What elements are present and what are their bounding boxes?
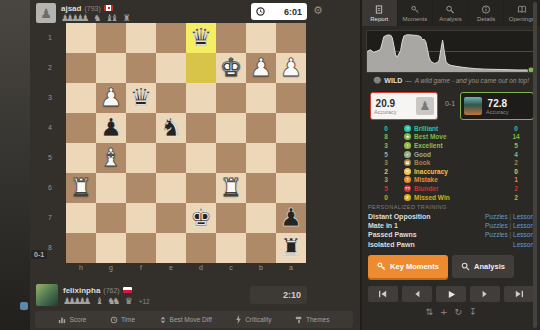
classification-label-group: ?!Inaccuracy [404,168,498,175]
lesson-link[interactable]: Lesson [513,213,534,220]
toolbar-criticality-label: Criticality [245,316,271,323]
tab-details-label: Details [477,16,495,22]
top-player-row: ajsad (793) [61,3,113,13]
tagline-label: WILD [384,77,402,84]
file-label-h: h [66,264,96,271]
black-count: 1 [498,176,534,183]
black-rook[interactable]: ♜ [280,233,302,263]
magnifier-icon [445,5,455,14]
square-a4[interactable] [276,113,306,143]
white-accuracy-value: 20.9 [374,98,397,109]
puzzles-link[interactable]: Puzzles [485,213,508,220]
captured-rook-group: ♜ [123,13,131,23]
square-a8[interactable]: ♜ [276,233,306,263]
captured-bishop-group: ♝ [95,296,103,306]
white-accuracy-avatar: ♟ [416,97,434,115]
lesson-link[interactable]: Lesson [513,241,534,248]
file-label-c: c [216,264,246,271]
game-tagline: ☻ WILD — A wild game - and you came out … [362,76,540,85]
square-d1[interactable]: ♛ [186,23,216,53]
captured-bishop-icon: ♝ [111,13,119,23]
training-item-links: Puzzles | Lesson [485,222,534,229]
magnifier-icon [461,262,470,271]
missed-win-icon: ✗ [404,194,411,201]
square-a6[interactable] [276,173,306,203]
training-item-label: Mate in 1 [368,222,398,229]
training-item-links: Puzzles | Lesson [485,231,534,238]
mistake-icon: ? [404,176,411,183]
black-count: 2 [498,159,534,166]
square-e7[interactable] [156,203,186,233]
white-count: 0 [368,194,404,201]
classification-row-good[interactable]: 5✓Good4 [368,150,534,159]
captured-queen-icon: ♛ [125,296,133,306]
square-h5[interactable] [66,143,96,173]
square-f4[interactable] [126,113,156,143]
classification-label: Blunder [414,185,439,192]
training-list: Distant OppositionPuzzles | LessonMate i… [368,212,534,249]
classification-row-mistake[interactable]: 3?Mistake1 [368,176,534,185]
classification-row-best-move[interactable]: 8★Best Move14 [368,133,534,142]
square-g4[interactable]: ♟ [96,113,126,143]
white-count: 3 [368,159,404,166]
updown-icon [159,316,167,324]
themes-icon [295,316,303,324]
square-d6[interactable] [186,173,216,203]
classification-label-group: ✓Good [404,151,498,158]
rank-label-2: 2 [30,53,58,83]
square-c2[interactable]: ♚ [216,53,246,83]
classification-row-blunder[interactable]: 5??Blunder2 [368,184,534,193]
captured-bishop-icon: ♝ [95,296,103,306]
classification-label: Best Move [414,133,447,140]
tab-analysis-label: Analysis [439,16,461,22]
white-bishop[interactable]: ♝ [100,143,122,173]
file-label-g: g [96,264,126,271]
square-e4[interactable]: ♞ [156,113,186,143]
tab-details[interactable]: Details [469,0,505,26]
black-count: 14 [498,133,534,140]
lesson-link[interactable]: Lesson [513,222,534,229]
white-count: 3 [368,142,404,149]
black-accuracy-label: Accuracy [486,109,509,115]
black-count: 0 [498,168,534,175]
skip-to-end-icon [514,290,524,298]
square-e6[interactable] [156,173,186,203]
square-a5[interactable] [276,143,306,173]
rank-label-5: 5 [30,143,58,173]
book-icon: ▤ [404,159,411,166]
book-icon [517,5,527,14]
square-c8[interactable] [216,233,246,263]
square-d7[interactable]: ♚ [186,203,216,233]
white-pawn[interactable]: ♟ [280,53,302,83]
analysis-button[interactable]: Analysis [452,255,514,278]
bottom-player-clock: 2:10 [250,286,307,304]
square-d3[interactable] [186,83,216,113]
square-h7[interactable] [66,203,96,233]
toolbar-score-label: Score [69,316,86,323]
white-count: 5 [368,151,404,158]
captured-pawn-icon: ♟ [81,13,89,23]
square-e1[interactable] [156,23,186,53]
avatar-bottom-player[interactable] [36,284,58,306]
square-g2[interactable] [96,53,126,83]
bottom-captured-pieces: ♟♟♟♟♟♝♞♞♛+12 [63,296,150,306]
training-item-label: Isolated Pawn [368,241,415,248]
square-c1[interactable] [216,23,246,53]
square-e8[interactable] [156,233,186,263]
white-count: 3 [368,176,404,183]
white-accuracy-label: Accuracy [374,109,397,115]
toolbar-score[interactable]: Score [58,316,86,324]
captured-knight-group: ♞♞ [107,296,120,306]
training-item-links: Puzzles | Lesson [485,213,534,220]
white-rook[interactable]: ♜ [220,173,242,203]
file-label-f: f [126,264,156,271]
clock-icon [256,7,265,16]
captured-pawn-group: ♟♟♟♟♟ [61,13,89,23]
classification-label-group: ??Blunder [404,185,498,192]
captured-knight-group: ♞ [93,13,101,23]
classification-label: Good [414,151,431,158]
tab-moments[interactable]: Moments [398,0,434,26]
rank-label-7: 7 [30,203,58,233]
square-c4[interactable] [216,113,246,143]
top-player-clock: 6:01 [251,3,307,20]
rank-label-8: 8 [30,233,58,263]
download-icon[interactable]: ↧ [469,306,477,318]
rank-label-1: 1 [30,23,58,53]
white-king[interactable]: ♚ [220,53,242,83]
classification-label: Book [414,159,430,166]
evaluation-graph[interactable] [366,30,536,73]
classification-label-group: ?Mistake [404,176,498,183]
black-knight[interactable]: ♞ [160,113,182,143]
toolbar-time-label: Time [121,316,135,323]
white-rook[interactable]: ♜ [70,173,92,203]
square-g7[interactable] [96,203,126,233]
inaccuracy-icon: ?! [404,168,411,175]
refresh-icon[interactable]: ↻ [455,306,463,318]
square-f2[interactable] [126,53,156,83]
move-navigation [368,286,534,302]
square-b2[interactable]: ♟ [246,53,276,83]
rank-label-6: 6 [30,173,58,203]
square-d5[interactable] [186,143,216,173]
play-icon [447,290,456,299]
top-player-name[interactable]: ajsad [61,4,81,13]
black-count: 2 [498,194,534,201]
skip-to-start-icon [378,290,388,298]
classification-row-brilliant[interactable]: 0!!Brilliant0 [368,124,534,133]
white-count: 8 [368,133,404,140]
white-count: 0 [368,125,404,132]
black-accuracy-value: 72.8 [486,98,509,109]
good-icon: ✓ [404,151,411,158]
previous-move-button[interactable] [402,286,432,302]
excellent-icon: ! [404,142,411,149]
toolbar-time[interactable]: Time [110,316,135,324]
file-label-d: d [186,264,216,271]
training-item: Isolated PawnLesson [368,240,534,249]
rank-label-4: 4 [30,113,58,143]
square-a2[interactable]: ♟ [276,53,306,83]
captured-pawn-group: ♟♟♟♟♟ [63,296,91,306]
classification-row-inaccuracy[interactable]: 2?!Inaccuracy0 [368,167,534,176]
tagline-separator: — [405,77,412,84]
tab-report[interactable]: Report [362,0,398,26]
black-king[interactable]: ♚ [190,203,212,233]
square-h3[interactable] [66,83,96,113]
square-b1[interactable] [246,23,276,53]
black-count: 2 [498,185,534,192]
square-g8[interactable] [96,233,126,263]
captured-knight-icon: ♞ [113,296,121,306]
add-icon[interactable]: + [440,306,448,318]
poland-flag-icon [123,287,132,293]
move-classification-table: 0!!Brilliant08★Best Move143!Excellent55✓… [368,124,534,201]
canada-flag-icon [104,5,113,11]
square-b6[interactable] [246,173,276,203]
brilliant-icon: !! [404,125,411,132]
black-count: 5 [498,142,534,149]
black-count: 0 [498,125,534,132]
square-d4[interactable] [186,113,216,143]
black-count: 4 [498,151,534,158]
classification-label-group: ★Best Move [404,133,498,140]
analysis-panel: Report Moments Analysis Details Openings… [360,0,540,330]
square-f6[interactable] [126,173,156,203]
top-clock-time: 6:01 [265,7,302,17]
square-f1[interactable] [126,23,156,53]
training-item-label: Passed Pawns [368,231,417,238]
captured-bishop-group: ♝♝ [105,13,118,23]
black-accuracy-avatar [464,97,482,115]
chess-board: ♛♚♟♟♟♛♟♞♝♜♜♚♟♜ [66,23,306,263]
square-h6[interactable]: ♜ [66,173,96,203]
material-advantage: +12 [139,298,150,305]
classification-label: Missed Win [414,194,450,201]
review-toolbar: Score Time Best Move Diff Criticality Th… [35,311,353,328]
rank-label-3: 3 [30,83,58,113]
classification-row-missed-win[interactable]: 0✗Missed Win2 [368,193,534,202]
square-b5[interactable] [246,143,276,173]
square-b4[interactable] [246,113,276,143]
captured-knight-icon: ♞ [93,13,101,23]
square-d8[interactable] [186,233,216,263]
play-button[interactable] [436,286,466,302]
panel-tabs: Report Moments Analysis Details Openings [362,0,540,26]
bottom-player-rating: (762) [103,287,119,294]
lesson-link[interactable]: Lesson [513,231,534,238]
top-captured-pieces: ♟♟♟♟♟♞♝♝♜ [61,13,135,23]
square-c6[interactable]: ♜ [216,173,246,203]
key-moments-button[interactable]: Key Moments [368,255,448,278]
bottom-player-row: felixinpha (762) [63,285,132,295]
square-b7[interactable] [246,203,276,233]
square-c7[interactable] [216,203,246,233]
square-a3[interactable] [276,83,306,113]
white-count: 5 [368,185,404,192]
square-e5[interactable] [156,143,186,173]
toolbar-criticality[interactable]: Criticality [235,315,271,324]
training-item-label: Distant Opposition [368,213,431,220]
classification-label: Inaccuracy [414,168,448,175]
black-queen[interactable]: ♛ [190,23,212,53]
tab-report-label: Report [370,16,388,22]
square-c3[interactable] [216,83,246,113]
training-item: Passed PawnsPuzzles | Lesson [368,230,534,239]
key-moments-label: Key Moments [390,262,439,271]
tagline-text: A wild game - and you came out on top! [415,77,529,84]
square-a7[interactable]: ♟ [276,203,306,233]
square-h2[interactable] [66,53,96,83]
toolbar-themes[interactable]: Themes [295,316,329,324]
square-b3[interactable] [246,83,276,113]
training-header: PERSONALIZED TRAINING [368,204,447,210]
file-label-b: b [246,264,276,271]
next-move-button[interactable] [470,286,500,302]
panel-scrollbar[interactable] [533,2,537,328]
classification-label-group: ✗Missed Win [404,194,498,201]
chevron-right-icon [481,290,489,298]
white-pawn[interactable]: ♟ [100,83,122,113]
top-player-rating: (793) [84,5,100,12]
tab-moments-label: Moments [403,16,428,22]
captured-pawn-icon: ♟ [83,296,91,306]
wild-face-icon: ☻ [373,76,381,85]
bottom-player-name[interactable]: felixinpha [63,286,100,295]
flip-board-icon[interactable]: ⇅ [425,306,433,318]
captured-queen-group: ♛ [125,296,133,306]
square-a1[interactable] [276,23,306,53]
black-pawn[interactable]: ♟ [100,113,122,143]
info-icon [481,5,491,14]
square-e3[interactable] [156,83,186,113]
lightning-icon [235,315,242,324]
square-b8[interactable] [246,233,276,263]
clock-icon [110,316,118,324]
file-label-a: a [276,264,306,271]
analysis-button-label: Analysis [474,262,505,271]
black-pawn[interactable]: ♟ [280,203,302,233]
white-accuracy-card: 20.9 Accuracy ♟ [370,92,438,120]
report-icon [374,5,384,14]
bottom-clock-time: 2:10 [256,290,301,300]
tab-analysis[interactable]: Analysis [433,0,469,26]
evaluation-graph-svg [367,31,535,72]
collapsed-sidebar[interactable] [0,0,30,330]
puzzles-link[interactable]: Puzzles [485,222,508,229]
go-to-start-button[interactable] [368,286,398,302]
go-to-end-button[interactable] [504,286,534,302]
classification-label: Brilliant [414,125,438,132]
black-accuracy-card: 72.8 Accuracy [460,92,534,120]
file-label-e: e [156,264,186,271]
key-icon [410,5,420,14]
square-f3[interactable]: ♛ [126,83,156,113]
classification-label-group: ▤Book [404,159,498,166]
square-h8[interactable] [66,233,96,263]
corner-badge-icon[interactable] [20,302,28,310]
chevron-left-icon [413,290,421,298]
board-tools-row: ⇅ + ↻ ↧ [362,306,540,318]
toolbar-themes-label: Themes [306,316,329,323]
best-move-icon: ★ [404,133,411,140]
classification-label-group: !Excellent [404,142,498,149]
square-f5[interactable] [126,143,156,173]
classification-label-group: !!Brilliant [404,125,498,132]
square-f8[interactable] [126,233,156,263]
game-review-window: 0-1 ♟ ajsad (793) ♟♟♟♟♟♞♝♝♜ 6:01 ⚙ ♛♚♟♟♟… [0,0,540,330]
square-g1[interactable] [96,23,126,53]
classification-label: Mistake [414,176,438,183]
classification-label: Excellent [414,142,443,149]
captured-rook-icon: ♜ [123,13,131,23]
square-g5[interactable]: ♝ [96,143,126,173]
accuracy-result: 0-1 [438,100,462,107]
square-f7[interactable] [126,203,156,233]
toolbar-best-move-diff[interactable]: Best Move Diff [159,316,212,324]
square-g6[interactable] [96,173,126,203]
training-item: Distant OppositionPuzzles | Lesson [368,212,534,221]
white-pawn[interactable]: ♟ [250,53,272,83]
puzzles-link[interactable]: Puzzles [485,231,508,238]
black-queen[interactable]: ♛ [130,83,152,113]
square-h4[interactable] [66,113,96,143]
white-count: 2 [368,168,404,175]
classification-row-book[interactable]: 3▤Book2 [368,158,534,167]
avatar-top-player[interactable]: ♟ [36,3,56,23]
toolbar-best-move-diff-label: Best Move Diff [170,316,212,323]
square-h1[interactable] [66,23,96,53]
square-g3[interactable]: ♟ [96,83,126,113]
tab-openings-label: Openings [509,16,535,22]
gear-icon[interactable]: ⚙ [313,5,323,17]
training-item: Mate in 1Puzzles | Lesson [368,221,534,230]
training-item-links: Lesson [513,241,534,248]
square-c5[interactable] [216,143,246,173]
classification-row-excellent[interactable]: 3!Excellent5 [368,141,534,150]
score-icon [58,316,66,324]
square-d2[interactable] [186,53,216,83]
blunder-icon: ?? [404,185,411,192]
key-icon [377,262,386,271]
square-e2[interactable] [156,53,186,83]
